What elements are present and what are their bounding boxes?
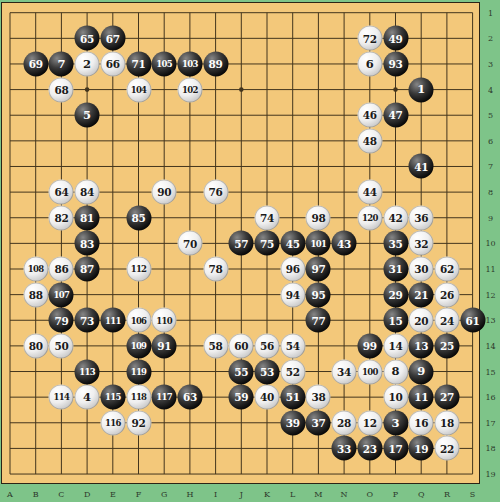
move-number: 80	[29, 341, 43, 352]
move-number: 45	[286, 238, 300, 249]
move-number: 85	[131, 212, 145, 223]
move-number: 16	[414, 418, 428, 429]
move-number: 81	[80, 212, 94, 223]
move-number: 5	[83, 109, 91, 121]
move-number: 83	[80, 238, 94, 249]
move-number: 106	[131, 316, 147, 325]
move-number: 76	[209, 187, 223, 198]
stone-white-12[interactable]: 12	[357, 410, 382, 435]
row-label-5: 5	[488, 111, 493, 120]
move-number: 22	[440, 443, 454, 454]
stone-black-105[interactable]: 105	[152, 51, 177, 76]
move-number: 12	[363, 418, 377, 429]
move-number: 54	[286, 341, 300, 352]
move-number: 3	[391, 417, 399, 429]
stone-black-25[interactable]: 25	[434, 333, 459, 358]
move-number: 115	[105, 393, 121, 402]
move-number: 68	[54, 84, 68, 95]
move-number: 19	[414, 443, 428, 454]
row-label-12: 12	[485, 290, 495, 299]
stone-black-21[interactable]: 21	[409, 282, 434, 307]
stone-black-5[interactable]: 5	[75, 103, 100, 128]
stone-white-82[interactable]: 82	[49, 205, 74, 230]
stone-black-35[interactable]: 35	[383, 231, 408, 256]
stone-white-56[interactable]: 56	[255, 333, 280, 358]
stone-white-14[interactable]: 14	[383, 333, 408, 358]
column-label-E: E	[110, 489, 116, 498]
stone-white-70[interactable]: 70	[177, 231, 202, 256]
stone-black-109[interactable]: 109	[126, 333, 151, 358]
move-number: 73	[80, 315, 94, 326]
move-number: 102	[182, 85, 198, 94]
stone-white-96[interactable]: 96	[280, 257, 305, 282]
move-number: 8	[391, 366, 399, 378]
move-number: 109	[131, 342, 147, 351]
move-number: 53	[260, 366, 274, 377]
row-label-3: 3	[488, 59, 493, 68]
move-number: 14	[388, 341, 402, 352]
move-number: 41	[414, 161, 428, 172]
row-label-11: 11	[485, 265, 495, 274]
move-number: 72	[363, 33, 377, 44]
move-number: 99	[363, 341, 377, 352]
move-number: 77	[311, 315, 325, 326]
move-number: 104	[131, 85, 147, 94]
move-number: 111	[105, 316, 121, 325]
stone-white-90[interactable]: 90	[152, 180, 177, 205]
move-number: 44	[363, 187, 377, 198]
stone-white-66[interactable]: 66	[100, 51, 125, 76]
stone-black-103[interactable]: 103	[177, 51, 202, 76]
row-label-10: 10	[485, 239, 495, 248]
move-number: 100	[362, 367, 378, 376]
row-label-16: 16	[485, 393, 495, 402]
move-number: 78	[209, 264, 223, 275]
stone-white-48[interactable]: 48	[357, 128, 382, 153]
move-number: 64	[54, 187, 68, 198]
stone-white-80[interactable]: 80	[23, 333, 48, 358]
stone-black-81[interactable]: 81	[75, 205, 100, 230]
row-label-4: 4	[488, 85, 493, 94]
stone-white-100[interactable]: 100	[357, 359, 382, 384]
stone-black-49[interactable]: 49	[383, 26, 408, 51]
row-label-13: 13	[485, 316, 495, 325]
stone-black-67[interactable]: 67	[100, 26, 125, 51]
move-number: 113	[79, 367, 95, 376]
row-label-17: 17	[485, 418, 495, 427]
stone-black-77[interactable]: 77	[306, 308, 331, 333]
move-number: 92	[131, 418, 145, 429]
stone-black-55[interactable]: 55	[229, 359, 254, 384]
move-number: 4	[83, 391, 91, 403]
row-label-7: 7	[488, 162, 493, 171]
stone-white-62[interactable]: 62	[434, 257, 459, 282]
move-number: 112	[131, 265, 147, 274]
stone-white-50[interactable]: 50	[49, 333, 74, 358]
move-number: 90	[157, 187, 171, 198]
move-number: 65	[80, 33, 94, 44]
move-number: 62	[440, 264, 454, 275]
move-number: 11	[414, 392, 428, 403]
stone-black-111[interactable]: 111	[100, 308, 125, 333]
stone-white-92[interactable]: 92	[126, 410, 151, 435]
stone-black-11[interactable]: 11	[409, 385, 434, 410]
row-label-18: 18	[485, 444, 495, 453]
stone-white-64[interactable]: 64	[49, 180, 74, 205]
stone-black-13[interactable]: 13	[409, 333, 434, 358]
move-number: 88	[29, 289, 43, 300]
move-number: 50	[54, 341, 68, 352]
stone-black-73[interactable]: 73	[75, 308, 100, 333]
move-number: 34	[337, 366, 351, 377]
move-number: 69	[29, 59, 43, 70]
column-label-P: P	[393, 489, 398, 498]
move-number: 17	[388, 443, 402, 454]
go-board-diagram: 1234567891011121314151617181920212223242…	[0, 0, 500, 502]
stone-white-2[interactable]: 2	[75, 51, 100, 76]
star-point	[85, 87, 90, 92]
move-number: 67	[106, 33, 120, 44]
move-number: 107	[54, 290, 70, 299]
move-number: 59	[234, 392, 248, 403]
stone-black-117[interactable]: 117	[152, 385, 177, 410]
stone-white-84[interactable]: 84	[75, 180, 100, 205]
row-label-8: 8	[488, 188, 493, 197]
column-label-F: F	[136, 489, 142, 498]
column-label-L: L	[290, 489, 295, 498]
row-label-9: 9	[488, 213, 493, 222]
stone-white-110[interactable]: 110	[152, 308, 177, 333]
stone-white-34[interactable]: 34	[332, 359, 357, 384]
stone-white-18[interactable]: 18	[434, 410, 459, 435]
move-number: 30	[414, 264, 428, 275]
move-number: 32	[414, 238, 428, 249]
stone-black-29[interactable]: 29	[383, 282, 408, 307]
move-number: 82	[54, 212, 68, 223]
move-number: 33	[337, 443, 351, 454]
stone-white-120[interactable]: 120	[357, 205, 382, 230]
stone-white-108[interactable]: 108	[23, 257, 48, 282]
stone-white-16[interactable]: 16	[409, 410, 434, 435]
star-point	[239, 87, 244, 92]
column-label-H: H	[186, 489, 193, 498]
stone-black-107[interactable]: 107	[49, 282, 74, 307]
stone-black-95[interactable]: 95	[306, 282, 331, 307]
stone-white-38[interactable]: 38	[306, 385, 331, 410]
move-number: 39	[286, 418, 300, 429]
move-number: 101	[311, 239, 327, 248]
move-number: 1	[417, 84, 425, 96]
row-label-1: 1	[488, 8, 493, 17]
stone-white-54[interactable]: 54	[280, 333, 305, 358]
move-number: 18	[440, 418, 454, 429]
stone-black-97[interactable]: 97	[306, 257, 331, 282]
move-number: 35	[388, 238, 402, 249]
move-number: 86	[54, 264, 68, 275]
stone-white-4[interactable]: 4	[75, 385, 100, 410]
stone-white-8[interactable]: 8	[383, 359, 408, 384]
move-number: 29	[388, 289, 402, 300]
move-number: 48	[363, 136, 377, 147]
stone-white-32[interactable]: 32	[409, 231, 434, 256]
move-number: 26	[440, 289, 454, 300]
move-number: 36	[414, 212, 428, 223]
stone-white-76[interactable]: 76	[203, 180, 228, 205]
move-number: 46	[363, 110, 377, 121]
stone-white-106[interactable]: 106	[126, 308, 151, 333]
stone-white-102[interactable]: 102	[177, 77, 202, 102]
stone-white-112[interactable]: 112	[126, 257, 151, 282]
row-label-19: 19	[485, 470, 495, 479]
move-number: 114	[54, 393, 70, 402]
move-number: 103	[182, 60, 198, 69]
stone-black-39[interactable]: 39	[280, 410, 305, 435]
column-label-D: D	[84, 489, 90, 498]
move-number: 70	[183, 238, 197, 249]
move-number: 23	[363, 443, 377, 454]
stone-white-22[interactable]: 22	[434, 436, 459, 461]
move-number: 120	[362, 213, 378, 222]
move-number: 37	[311, 418, 325, 429]
stone-black-43[interactable]: 43	[332, 231, 357, 256]
move-number: 28	[337, 418, 351, 429]
stone-black-27[interactable]: 27	[434, 385, 459, 410]
move-number: 94	[286, 289, 300, 300]
column-label-R: R	[444, 489, 450, 498]
stone-white-68[interactable]: 68	[49, 77, 74, 102]
move-number: 79	[54, 315, 68, 326]
row-label-15: 15	[485, 367, 495, 376]
move-number: 97	[311, 264, 325, 275]
stone-black-91[interactable]: 91	[152, 333, 177, 358]
move-number: 49	[388, 33, 402, 44]
move-number: 84	[80, 187, 94, 198]
row-label-14: 14	[485, 341, 495, 350]
stone-white-42[interactable]: 42	[383, 205, 408, 230]
move-number: 61	[466, 315, 480, 326]
column-label-K: K	[264, 489, 270, 498]
stone-black-47[interactable]: 47	[383, 103, 408, 128]
column-label-C: C	[58, 489, 64, 498]
stone-black-59[interactable]: 59	[229, 385, 254, 410]
move-number: 118	[131, 393, 147, 402]
move-number: 110	[156, 316, 172, 325]
stone-black-87[interactable]: 87	[75, 257, 100, 282]
stone-white-98[interactable]: 98	[306, 205, 331, 230]
stone-white-10[interactable]: 10	[383, 385, 408, 410]
stone-black-15[interactable]: 15	[383, 308, 408, 333]
move-number: 98	[311, 212, 325, 223]
stone-black-9[interactable]: 9	[409, 359, 434, 384]
stone-white-88[interactable]: 88	[23, 282, 48, 307]
stone-white-86[interactable]: 86	[49, 257, 74, 282]
stone-white-94[interactable]: 94	[280, 282, 305, 307]
stone-white-30[interactable]: 30	[409, 257, 434, 282]
stone-black-33[interactable]: 33	[332, 436, 357, 461]
move-number: 20	[414, 315, 428, 326]
move-number: 116	[105, 419, 121, 428]
stone-white-74[interactable]: 74	[255, 205, 280, 230]
move-number: 40	[260, 392, 274, 403]
stone-black-1[interactable]: 1	[409, 77, 434, 102]
stone-white-20[interactable]: 20	[409, 308, 434, 333]
column-label-A: A	[7, 489, 13, 498]
move-number: 42	[388, 212, 402, 223]
move-number: 25	[440, 341, 454, 352]
move-number: 47	[388, 110, 402, 121]
stone-black-61[interactable]: 61	[460, 308, 485, 333]
move-number: 93	[388, 59, 402, 70]
move-number: 63	[183, 392, 197, 403]
move-number: 105	[156, 60, 172, 69]
stone-white-46[interactable]: 46	[357, 103, 382, 128]
move-number: 6	[366, 58, 374, 70]
column-label-N: N	[341, 489, 348, 498]
stone-white-114[interactable]: 114	[49, 385, 74, 410]
stone-white-104[interactable]: 104	[126, 77, 151, 102]
stone-white-60[interactable]: 60	[229, 333, 254, 358]
row-label-6: 6	[488, 136, 493, 145]
stone-black-69[interactable]: 69	[23, 51, 48, 76]
row-label-2: 2	[488, 34, 493, 43]
move-number: 89	[209, 59, 223, 70]
move-number: 9	[417, 366, 425, 378]
stone-black-93[interactable]: 93	[383, 51, 408, 76]
column-label-I: I	[214, 489, 217, 498]
stone-black-99[interactable]: 99	[357, 333, 382, 358]
stone-black-75[interactable]: 75	[255, 231, 280, 256]
stone-black-83[interactable]: 83	[75, 231, 100, 256]
stone-black-85[interactable]: 85	[126, 205, 151, 230]
move-number: 75	[260, 238, 274, 249]
move-number: 24	[440, 315, 454, 326]
stone-black-65[interactable]: 65	[75, 26, 100, 51]
move-number: 43	[337, 238, 351, 249]
move-number: 7	[57, 58, 65, 70]
stone-black-23[interactable]: 23	[357, 436, 382, 461]
stone-white-26[interactable]: 26	[434, 282, 459, 307]
column-label-O: O	[367, 489, 374, 498]
move-number: 58	[209, 341, 223, 352]
stone-black-63[interactable]: 63	[177, 385, 202, 410]
stone-white-116[interactable]: 116	[100, 410, 125, 435]
stone-black-41[interactable]: 41	[409, 154, 434, 179]
stone-white-44[interactable]: 44	[357, 180, 382, 205]
stone-black-31[interactable]: 31	[383, 257, 408, 282]
move-number: 10	[388, 392, 402, 403]
stone-black-3[interactable]: 3	[383, 410, 408, 435]
column-label-J: J	[240, 489, 243, 498]
stone-white-24[interactable]: 24	[434, 308, 459, 333]
stone-white-28[interactable]: 28	[332, 410, 357, 435]
column-label-Q: Q	[418, 489, 425, 498]
stone-black-119[interactable]: 119	[126, 359, 151, 384]
stone-black-53[interactable]: 53	[255, 359, 280, 384]
move-number: 38	[311, 392, 325, 403]
stone-black-101[interactable]: 101	[306, 231, 331, 256]
move-number: 108	[28, 265, 44, 274]
stone-black-51[interactable]: 51	[280, 385, 305, 410]
column-label-B: B	[33, 489, 39, 498]
move-number: 21	[414, 289, 428, 300]
stone-black-113[interactable]: 113	[75, 359, 100, 384]
move-number: 56	[260, 341, 274, 352]
move-number: 55	[234, 366, 248, 377]
stone-white-58[interactable]: 58	[203, 333, 228, 358]
stone-black-89[interactable]: 89	[203, 51, 228, 76]
move-number: 60	[234, 341, 248, 352]
move-number: 87	[80, 264, 94, 275]
move-number: 96	[286, 264, 300, 275]
move-number: 31	[388, 264, 402, 275]
move-number: 91	[157, 341, 171, 352]
stone-white-118[interactable]: 118	[126, 385, 151, 410]
move-number: 27	[440, 392, 454, 403]
stone-black-71[interactable]: 71	[126, 51, 151, 76]
stone-black-37[interactable]: 37	[306, 410, 331, 435]
stone-black-79[interactable]: 79	[49, 308, 74, 333]
column-label-M: M	[314, 489, 322, 498]
stone-white-52[interactable]: 52	[280, 359, 305, 384]
move-number: 15	[388, 315, 402, 326]
move-number: 51	[286, 392, 300, 403]
star-point	[393, 87, 398, 92]
move-number: 66	[106, 59, 120, 70]
stone-white-36[interactable]: 36	[409, 205, 434, 230]
move-number: 74	[260, 212, 274, 223]
move-number: 57	[234, 238, 248, 249]
column-label-S: S	[470, 489, 475, 498]
stone-black-17[interactable]: 17	[383, 436, 408, 461]
move-number: 2	[83, 58, 91, 70]
stone-black-19[interactable]: 19	[409, 436, 434, 461]
stone-white-40[interactable]: 40	[255, 385, 280, 410]
move-number: 117	[156, 393, 172, 402]
move-number: 119	[131, 367, 147, 376]
move-number: 13	[414, 341, 428, 352]
stone-black-45[interactable]: 45	[280, 231, 305, 256]
stone-white-72[interactable]: 72	[357, 26, 382, 51]
move-number: 52	[286, 366, 300, 377]
stone-black-57[interactable]: 57	[229, 231, 254, 256]
stone-white-78[interactable]: 78	[203, 257, 228, 282]
stone-white-6[interactable]: 6	[357, 51, 382, 76]
stone-black-115[interactable]: 115	[100, 385, 125, 410]
stone-black-7[interactable]: 7	[49, 51, 74, 76]
column-label-G: G	[161, 489, 167, 498]
move-number: 95	[311, 289, 325, 300]
move-number: 71	[131, 59, 145, 70]
